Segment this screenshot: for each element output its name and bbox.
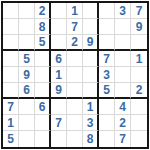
cell-r8c4[interactable]: 7 (51, 115, 67, 131)
cell-r3c8[interactable] (115, 35, 131, 51)
cell-r2c7[interactable] (99, 19, 115, 35)
cell-r4c5[interactable] (67, 51, 83, 67)
cell-r9c9[interactable] (131, 131, 147, 147)
cell-r3c7[interactable] (99, 35, 115, 51)
cell-r8c9[interactable] (131, 115, 147, 131)
cell-r6c5[interactable] (67, 83, 83, 99)
cell-r1c1[interactable] (3, 3, 19, 19)
cell-r8c5[interactable] (67, 115, 83, 131)
cell-r6c2[interactable]: 6 (19, 83, 35, 99)
cell-r7c5[interactable] (67, 99, 83, 115)
cell-r3c5[interactable]: 2 (67, 35, 83, 51)
cell-r1c5[interactable]: 1 (67, 3, 83, 19)
cell-r1c7[interactable] (99, 3, 115, 19)
cell-r8c6[interactable]: 3 (83, 115, 99, 131)
cell-r5c2[interactable]: 9 (19, 67, 35, 83)
cell-r4c6[interactable] (83, 51, 99, 67)
cell-r3c6[interactable]: 9 (83, 35, 99, 51)
cell-r2c9[interactable]: 9 (131, 19, 147, 35)
cell-r9c4[interactable] (51, 131, 67, 147)
cell-r5c6[interactable] (83, 67, 99, 83)
cell-r7c9[interactable] (131, 99, 147, 115)
cell-r2c2[interactable] (19, 19, 35, 35)
cell-r6c9[interactable]: 2 (131, 83, 147, 99)
cell-r4c4[interactable]: 6 (51, 51, 67, 67)
cell-r9c1[interactable]: 5 (3, 131, 19, 147)
cell-r1c4[interactable] (51, 3, 67, 19)
cell-r9c3[interactable] (35, 131, 51, 147)
cell-r4c2[interactable]: 5 (19, 51, 35, 67)
cell-r3c9[interactable] (131, 35, 147, 51)
cell-r2c6[interactable] (83, 19, 99, 35)
cell-r2c5[interactable]: 7 (67, 19, 83, 35)
cell-r8c3[interactable] (35, 115, 51, 131)
cell-r9c8[interactable]: 7 (115, 131, 131, 147)
cell-r8c1[interactable]: 1 (3, 115, 19, 131)
cell-r3c1[interactable] (3, 35, 19, 51)
cell-r5c5[interactable] (67, 67, 83, 83)
cell-r7c1[interactable]: 7 (3, 99, 19, 115)
cell-r1c6[interactable] (83, 3, 99, 19)
cell-r8c7[interactable] (99, 115, 115, 131)
cell-r1c9[interactable]: 7 (131, 3, 147, 19)
cell-r2c4[interactable] (51, 19, 67, 35)
cell-r4c9[interactable]: 1 (131, 51, 147, 67)
cell-r9c6[interactable]: 8 (83, 131, 99, 147)
cell-r9c7[interactable] (99, 131, 115, 147)
cell-r5c4[interactable]: 1 (51, 67, 67, 83)
cell-r4c3[interactable] (35, 51, 51, 67)
cell-r6c8[interactable] (115, 83, 131, 99)
cell-r5c9[interactable] (131, 67, 147, 83)
cell-r6c1[interactable] (3, 83, 19, 99)
cell-r8c2[interactable] (19, 115, 35, 131)
cell-r4c7[interactable]: 7 (99, 51, 115, 67)
cell-r7c8[interactable]: 4 (115, 99, 131, 115)
cell-r7c3[interactable]: 6 (35, 99, 51, 115)
cell-r9c2[interactable] (19, 131, 35, 147)
cell-r3c2[interactable] (19, 35, 35, 51)
cell-r9c5[interactable] (67, 131, 83, 147)
cell-r1c8[interactable]: 3 (115, 3, 131, 19)
cell-r6c7[interactable]: 5 (99, 83, 115, 99)
cell-r2c1[interactable] (3, 19, 19, 35)
cell-r6c6[interactable] (83, 83, 99, 99)
cell-r6c4[interactable]: 9 (51, 83, 67, 99)
cell-r5c3[interactable] (35, 67, 51, 83)
sudoku-board: 21378795295671913695276141732587 (1, 1, 149, 149)
cell-r8c8[interactable]: 2 (115, 115, 131, 131)
cell-r1c2[interactable] (19, 3, 35, 19)
cell-r7c7[interactable] (99, 99, 115, 115)
cell-r7c4[interactable] (51, 99, 67, 115)
cell-r5c1[interactable] (3, 67, 19, 83)
cell-r2c8[interactable] (115, 19, 131, 35)
cell-r7c6[interactable]: 1 (83, 99, 99, 115)
cell-r4c1[interactable] (3, 51, 19, 67)
cell-r5c7[interactable]: 3 (99, 67, 115, 83)
cell-r4c8[interactable] (115, 51, 131, 67)
cell-r2c3[interactable]: 8 (35, 19, 51, 35)
cell-r5c8[interactable] (115, 67, 131, 83)
cell-r1c3[interactable]: 2 (35, 3, 51, 19)
cell-r6c3[interactable] (35, 83, 51, 99)
cell-r7c2[interactable] (19, 99, 35, 115)
cell-r3c4[interactable] (51, 35, 67, 51)
cell-r3c3[interactable]: 5 (35, 35, 51, 51)
